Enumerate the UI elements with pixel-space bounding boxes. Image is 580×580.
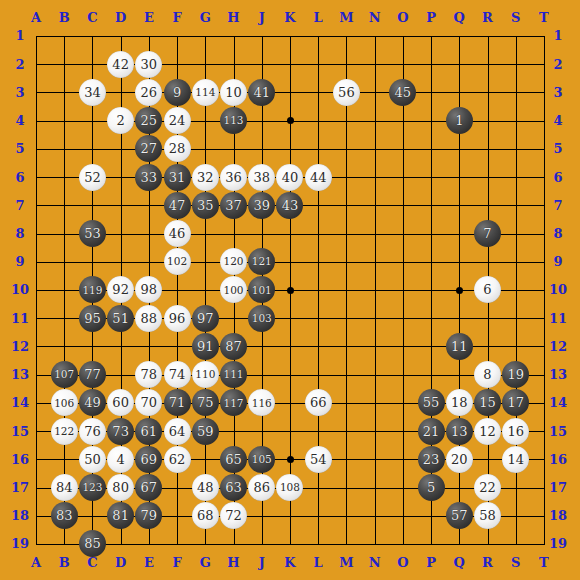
stone-move-number: 12 xyxy=(479,425,496,438)
stone-move-number: 110 xyxy=(195,369,215,380)
stone-black-35[interactable]: 35 xyxy=(192,192,219,219)
stone-black-11[interactable]: 11 xyxy=(446,333,473,360)
stone-move-number: 74 xyxy=(169,368,186,381)
stone-black-85[interactable]: 85 xyxy=(79,530,106,557)
stone-move-number: 88 xyxy=(141,312,158,325)
stone-white-8[interactable]: 8 xyxy=(474,361,501,388)
stone-move-number: 66 xyxy=(310,396,327,409)
stone-move-number: 43 xyxy=(282,199,299,212)
go-board-screenshot: ABCDEFGHJKLMNOPQRST ABCDEFGHJKLMNOPQRST … xyxy=(0,0,580,580)
stone-move-number: 67 xyxy=(141,481,158,494)
stone-black-23[interactable]: 23 xyxy=(418,446,445,473)
stone-move-number: 26 xyxy=(141,86,158,99)
stone-white-108[interactable]: 108 xyxy=(276,474,303,501)
stone-black-61[interactable]: 61 xyxy=(135,418,162,445)
stone-move-number: 50 xyxy=(84,453,101,466)
stone-move-number: 106 xyxy=(54,398,74,409)
stone-move-number: 87 xyxy=(225,340,242,353)
stone-white-18[interactable]: 18 xyxy=(446,389,473,416)
stone-white-14[interactable]: 14 xyxy=(502,446,529,473)
stone-move-number: 73 xyxy=(112,425,129,438)
stone-move-number: 4 xyxy=(117,453,125,466)
stone-white-96[interactable]: 96 xyxy=(164,305,191,332)
stone-move-number: 52 xyxy=(84,171,101,184)
stone-white-110[interactable]: 110 xyxy=(192,361,219,388)
stone-black-97[interactable]: 97 xyxy=(192,305,219,332)
stone-move-number: 61 xyxy=(141,425,158,438)
stone-white-102[interactable]: 102 xyxy=(164,248,191,275)
stone-move-number: 54 xyxy=(310,453,327,466)
stone-white-36[interactable]: 36 xyxy=(220,164,247,191)
stone-move-number: 101 xyxy=(252,285,272,296)
stone-move-number: 105 xyxy=(252,454,272,465)
stone-move-number: 120 xyxy=(223,256,243,267)
stone-white-120[interactable]: 120 xyxy=(220,248,247,275)
stone-black-5[interactable]: 5 xyxy=(418,474,445,501)
stone-move-number: 92 xyxy=(112,283,129,296)
stone-black-37[interactable]: 37 xyxy=(220,192,247,219)
stone-move-number: 60 xyxy=(112,396,129,409)
stone-move-number: 30 xyxy=(141,58,158,71)
stone-move-number: 18 xyxy=(451,396,468,409)
stone-move-number: 9 xyxy=(173,86,181,99)
stone-move-number: 119 xyxy=(82,285,102,296)
stone-move-number: 65 xyxy=(225,453,242,466)
stone-black-51[interactable]: 51 xyxy=(107,305,134,332)
stone-move-number: 57 xyxy=(451,509,468,522)
stone-move-number: 81 xyxy=(112,509,129,522)
stone-move-number: 108 xyxy=(280,482,300,493)
stone-white-76[interactable]: 76 xyxy=(79,418,106,445)
stone-black-83[interactable]: 83 xyxy=(51,502,78,529)
stone-black-71[interactable]: 71 xyxy=(164,389,191,416)
stone-black-103[interactable]: 103 xyxy=(248,305,275,332)
stone-black-45[interactable]: 45 xyxy=(389,79,416,106)
stone-move-number: 14 xyxy=(507,453,524,466)
stone-move-number: 28 xyxy=(169,142,186,155)
stone-move-number: 72 xyxy=(225,509,242,522)
stone-move-number: 76 xyxy=(84,425,101,438)
stone-move-number: 22 xyxy=(479,481,496,494)
stone-move-number: 78 xyxy=(141,368,158,381)
stone-move-number: 15 xyxy=(479,396,496,409)
stone-move-number: 122 xyxy=(54,426,74,437)
stone-move-number: 123 xyxy=(82,482,102,493)
stone-move-number: 2 xyxy=(117,114,125,127)
stone-move-number: 20 xyxy=(451,453,468,466)
stone-move-number: 53 xyxy=(84,227,101,240)
stone-move-number: 1 xyxy=(455,114,463,127)
go-board[interactable]: 1245678910111213141516171819202122232425… xyxy=(22,22,558,558)
stone-white-92[interactable]: 92 xyxy=(107,276,134,303)
stone-white-32[interactable]: 32 xyxy=(192,164,219,191)
stone-move-number: 77 xyxy=(84,368,101,381)
stone-move-number: 27 xyxy=(141,142,158,155)
stone-move-number: 25 xyxy=(141,114,158,127)
stone-move-number: 35 xyxy=(197,199,214,212)
stone-move-number: 75 xyxy=(197,396,214,409)
stone-black-101[interactable]: 101 xyxy=(248,276,275,303)
stone-move-number: 116 xyxy=(252,398,272,409)
stone-move-number: 37 xyxy=(225,199,242,212)
stone-move-number: 7 xyxy=(483,227,491,240)
stone-black-69[interactable]: 69 xyxy=(135,446,162,473)
stone-black-53[interactable]: 53 xyxy=(79,220,106,247)
stone-black-117[interactable]: 117 xyxy=(220,389,247,416)
stone-move-number: 36 xyxy=(225,171,242,184)
stone-white-20[interactable]: 20 xyxy=(446,446,473,473)
stone-black-105[interactable]: 105 xyxy=(248,446,275,473)
stone-white-52[interactable]: 52 xyxy=(79,164,106,191)
stone-black-95[interactable]: 95 xyxy=(79,305,106,332)
stone-white-40[interactable]: 40 xyxy=(276,164,303,191)
stone-move-number: 91 xyxy=(197,340,214,353)
stone-black-33[interactable]: 33 xyxy=(135,164,162,191)
stone-move-number: 96 xyxy=(169,312,186,325)
stone-move-number: 84 xyxy=(56,481,73,494)
stone-move-number: 95 xyxy=(84,312,101,325)
stone-black-57[interactable]: 57 xyxy=(446,502,473,529)
stone-move-number: 47 xyxy=(169,199,186,212)
stone-move-number: 68 xyxy=(197,509,214,522)
stone-move-number: 83 xyxy=(56,509,73,522)
stone-white-62[interactable]: 62 xyxy=(164,446,191,473)
stone-move-number: 19 xyxy=(507,368,524,381)
stone-move-number: 23 xyxy=(423,453,440,466)
stone-move-number: 117 xyxy=(223,398,243,409)
stone-black-31[interactable]: 31 xyxy=(164,164,191,191)
stone-white-38[interactable]: 38 xyxy=(248,164,275,191)
stone-black-81[interactable]: 81 xyxy=(107,502,134,529)
stone-white-30[interactable]: 30 xyxy=(135,51,162,78)
stone-black-107[interactable]: 107 xyxy=(51,361,78,388)
stone-black-113[interactable]: 113 xyxy=(220,107,247,134)
stone-move-number: 114 xyxy=(195,87,215,98)
stone-white-72[interactable]: 72 xyxy=(220,502,247,529)
stone-black-43[interactable]: 43 xyxy=(276,192,303,219)
stone-move-number: 38 xyxy=(253,171,270,184)
stone-black-59[interactable]: 59 xyxy=(192,418,219,445)
stone-move-number: 46 xyxy=(169,227,186,240)
stone-black-25[interactable]: 25 xyxy=(135,107,162,134)
stone-black-27[interactable]: 27 xyxy=(135,135,162,162)
stone-white-84[interactable]: 84 xyxy=(51,474,78,501)
stone-white-10[interactable]: 10 xyxy=(220,79,247,106)
stone-white-26[interactable]: 26 xyxy=(135,79,162,106)
stone-black-123[interactable]: 123 xyxy=(79,474,106,501)
stone-white-106[interactable]: 106 xyxy=(51,389,78,416)
stone-white-86[interactable]: 86 xyxy=(248,474,275,501)
stone-move-number: 6 xyxy=(483,283,491,296)
stone-white-88[interactable]: 88 xyxy=(135,305,162,332)
stone-move-number: 59 xyxy=(197,425,214,438)
stone-white-70[interactable]: 70 xyxy=(135,389,162,416)
stone-black-77[interactable]: 77 xyxy=(79,361,106,388)
stone-white-74[interactable]: 74 xyxy=(164,361,191,388)
stone-white-100[interactable]: 100 xyxy=(220,276,247,303)
stone-white-114[interactable]: 114 xyxy=(192,79,219,106)
stone-black-91[interactable]: 91 xyxy=(192,333,219,360)
stone-black-21[interactable]: 21 xyxy=(418,418,445,445)
stone-move-number: 58 xyxy=(479,509,496,522)
stone-black-1[interactable]: 1 xyxy=(446,107,473,134)
stone-move-number: 8 xyxy=(483,368,491,381)
stone-white-24[interactable]: 24 xyxy=(164,107,191,134)
stone-move-number: 70 xyxy=(141,396,158,409)
stone-black-73[interactable]: 73 xyxy=(107,418,134,445)
stone-move-number: 10 xyxy=(225,86,242,99)
stone-white-28[interactable]: 28 xyxy=(164,135,191,162)
stone-black-17[interactable]: 17 xyxy=(502,389,529,416)
stone-move-number: 69 xyxy=(141,453,158,466)
stone-black-65[interactable]: 65 xyxy=(220,446,247,473)
stone-move-number: 113 xyxy=(223,115,243,126)
stone-move-number: 17 xyxy=(507,396,524,409)
stone-move-number: 98 xyxy=(141,283,158,296)
stone-black-79[interactable]: 79 xyxy=(135,502,162,529)
stone-move-number: 79 xyxy=(141,509,158,522)
stone-move-number: 63 xyxy=(225,481,242,494)
stone-move-number: 13 xyxy=(451,425,468,438)
stone-move-number: 71 xyxy=(169,396,186,409)
stone-white-12[interactable]: 12 xyxy=(474,418,501,445)
stone-move-number: 40 xyxy=(282,171,299,184)
stone-move-number: 44 xyxy=(310,171,327,184)
stone-white-116[interactable]: 116 xyxy=(248,389,275,416)
stone-move-number: 34 xyxy=(84,86,101,99)
stone-move-number: 121 xyxy=(252,256,272,267)
stone-white-4[interactable]: 4 xyxy=(107,446,134,473)
stone-move-number: 48 xyxy=(197,481,214,494)
stone-black-63[interactable]: 63 xyxy=(220,474,247,501)
stone-white-58[interactable]: 58 xyxy=(474,502,501,529)
stone-move-number: 11 xyxy=(451,340,468,353)
stone-white-98[interactable]: 98 xyxy=(135,276,162,303)
stone-white-56[interactable]: 56 xyxy=(333,79,360,106)
stone-move-number: 103 xyxy=(252,313,272,324)
stone-white-44[interactable]: 44 xyxy=(305,164,332,191)
stone-move-number: 85 xyxy=(84,537,101,550)
stone-move-number: 86 xyxy=(253,481,270,494)
stone-black-55[interactable]: 55 xyxy=(418,389,445,416)
stone-move-number: 51 xyxy=(112,312,129,325)
stone-white-78[interactable]: 78 xyxy=(135,361,162,388)
stone-move-number: 56 xyxy=(338,86,355,99)
stone-black-19[interactable]: 19 xyxy=(502,361,529,388)
stone-move-number: 107 xyxy=(54,369,74,380)
stone-black-7[interactable]: 7 xyxy=(474,220,501,247)
stone-white-54[interactable]: 54 xyxy=(305,446,332,473)
stone-white-22[interactable]: 22 xyxy=(474,474,501,501)
stone-white-16[interactable]: 16 xyxy=(502,418,529,445)
stone-move-number: 62 xyxy=(169,453,186,466)
stone-black-67[interactable]: 67 xyxy=(135,474,162,501)
stone-black-121[interactable]: 121 xyxy=(248,248,275,275)
stone-move-number: 102 xyxy=(167,256,187,267)
stone-move-number: 49 xyxy=(84,396,101,409)
stone-black-39[interactable]: 39 xyxy=(248,192,275,219)
stone-black-87[interactable]: 87 xyxy=(220,333,247,360)
stone-white-68[interactable]: 68 xyxy=(192,502,219,529)
stone-white-122[interactable]: 122 xyxy=(51,418,78,445)
stone-white-66[interactable]: 66 xyxy=(305,389,332,416)
stone-move-number: 111 xyxy=(223,369,243,380)
stone-move-number: 31 xyxy=(169,171,186,184)
stone-move-number: 39 xyxy=(253,199,270,212)
stone-white-6[interactable]: 6 xyxy=(474,276,501,303)
stone-black-13[interactable]: 13 xyxy=(446,418,473,445)
stone-white-42[interactable]: 42 xyxy=(107,51,134,78)
stone-black-47[interactable]: 47 xyxy=(164,192,191,219)
stone-black-15[interactable]: 15 xyxy=(474,389,501,416)
stone-move-number: 97 xyxy=(197,312,214,325)
stone-move-number: 100 xyxy=(223,285,243,296)
stone-black-41[interactable]: 41 xyxy=(248,79,275,106)
stone-white-60[interactable]: 60 xyxy=(107,389,134,416)
stone-black-49[interactable]: 49 xyxy=(79,389,106,416)
stone-move-number: 41 xyxy=(253,86,270,99)
stone-move-number: 42 xyxy=(112,58,129,71)
stone-black-111[interactable]: 111 xyxy=(220,361,247,388)
stone-move-number: 33 xyxy=(141,171,158,184)
stone-white-80[interactable]: 80 xyxy=(107,474,134,501)
stone-white-46[interactable]: 46 xyxy=(164,220,191,247)
stone-move-number: 80 xyxy=(112,481,129,494)
stone-move-number: 21 xyxy=(423,425,440,438)
stone-move-number: 5 xyxy=(427,481,435,494)
stone-white-2[interactable]: 2 xyxy=(107,107,134,134)
stone-move-number: 16 xyxy=(507,425,524,438)
stone-move-number: 55 xyxy=(423,396,440,409)
stone-white-48[interactable]: 48 xyxy=(192,474,219,501)
stone-move-number: 24 xyxy=(169,114,186,127)
stone-white-34[interactable]: 34 xyxy=(79,79,106,106)
stone-white-64[interactable]: 64 xyxy=(164,418,191,445)
stone-black-119[interactable]: 119 xyxy=(79,276,106,303)
stone-black-9[interactable]: 9 xyxy=(164,79,191,106)
stone-move-number: 32 xyxy=(197,171,214,184)
stone-move-number: 45 xyxy=(395,86,412,99)
stone-white-50[interactable]: 50 xyxy=(79,446,106,473)
stone-black-75[interactable]: 75 xyxy=(192,389,219,416)
stone-move-number: 64 xyxy=(169,425,186,438)
